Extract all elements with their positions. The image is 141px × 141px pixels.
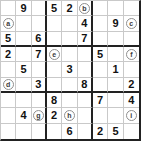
sudoku-cell-r4c5[interactable] xyxy=(62,47,77,62)
sudoku-cell-r3c5[interactable] xyxy=(62,32,77,47)
circled-letter-g: g xyxy=(33,110,44,121)
sudoku-cell-r5c1[interactable] xyxy=(1,62,16,77)
sudoku-cell-r4c1: 2 xyxy=(1,47,16,62)
circled-letter-h: h xyxy=(64,110,75,121)
sudoku-cell-r5c8: 1 xyxy=(108,62,123,77)
sudoku-cell-r7c6[interactable] xyxy=(78,93,93,108)
sudoku-cell-r9c7: 2 xyxy=(93,124,108,139)
sudoku-cell-r2c7[interactable] xyxy=(93,16,108,31)
sudoku-cell-r7c3[interactable] xyxy=(32,93,47,108)
circled-letter-d: d xyxy=(3,79,14,90)
sudoku-cell-r7c1[interactable] xyxy=(1,93,16,108)
sudoku-cell-r6c8[interactable] xyxy=(108,78,123,93)
sudoku-cell-r1c5: 2 xyxy=(62,1,77,16)
sudoku-cell-r5c3[interactable] xyxy=(32,62,47,77)
sudoku-cell-r5c5: 3 xyxy=(62,62,77,77)
sudoku-cell-r9c3[interactable] xyxy=(32,124,47,139)
sudoku-cell-r8c2: 4 xyxy=(16,108,31,123)
sudoku-cell-r9c2[interactable] xyxy=(16,124,31,139)
sudoku-cell-r2c3[interactable] xyxy=(32,16,47,31)
sudoku-cell-r8c3[interactable]: g xyxy=(32,108,47,123)
sudoku-cell-r7c7: 7 xyxy=(93,93,108,108)
sudoku-cell-r3c7[interactable] xyxy=(93,32,108,47)
sudoku-cell-r5c4[interactable] xyxy=(47,62,62,77)
sudoku-cell-r9c4[interactable] xyxy=(47,124,62,139)
circled-letter-e: e xyxy=(49,49,60,60)
sudoku-cell-r6c5[interactable] xyxy=(62,78,77,93)
sudoku-cell-r4c3: 7 xyxy=(32,47,47,62)
sudoku-cell-r3c3: 6 xyxy=(32,32,47,47)
sudoku-cell-r6c2[interactable] xyxy=(16,78,31,93)
sudoku-cell-r2c9[interactable]: c xyxy=(124,16,139,31)
sudoku-cell-r1c7[interactable] xyxy=(93,1,108,16)
sudoku-cell-r6c9: 2 xyxy=(124,78,139,93)
sudoku-cell-r2c8: 9 xyxy=(108,16,123,31)
sudoku-cell-r4c6[interactable] xyxy=(78,47,93,62)
sudoku-cell-r6c7[interactable] xyxy=(93,78,108,93)
sudoku-cell-r2c5[interactable] xyxy=(62,16,77,31)
sudoku-cell-r8c7[interactable] xyxy=(93,108,108,123)
sudoku-cell-r4c9[interactable]: f xyxy=(124,47,139,62)
sudoku-cell-r2c1[interactable]: a xyxy=(1,16,16,31)
sudoku-cell-r1c1[interactable] xyxy=(1,1,16,16)
sudoku-cell-r1c4: 5 xyxy=(47,1,62,16)
sudoku-cell-r9c1[interactable] xyxy=(1,124,16,139)
sudoku-cell-r3c2[interactable] xyxy=(16,32,31,47)
circled-letter-c: c xyxy=(126,18,137,29)
sudoku-cell-r9c5: 6 xyxy=(62,124,77,139)
circled-letter-a: a xyxy=(3,18,14,29)
sudoku-cell-r5c7[interactable] xyxy=(93,62,108,77)
sudoku-cell-r7c4: 8 xyxy=(47,93,62,108)
sudoku-cell-r8c6[interactable] xyxy=(78,108,93,123)
circled-letter-i: i xyxy=(126,110,137,121)
sudoku-cell-r8c4: 2 xyxy=(47,108,62,123)
sudoku-cell-r2c2[interactable] xyxy=(16,16,31,31)
sudoku-cell-r5c6[interactable] xyxy=(78,62,93,77)
sudoku-cell-r5c9[interactable] xyxy=(124,62,139,77)
circled-letter-b: b xyxy=(79,3,90,14)
sudoku-cell-r5c2: 5 xyxy=(16,62,31,77)
sudoku-cell-r8c9[interactable]: i xyxy=(124,108,139,123)
sudoku-cell-r1c3[interactable] xyxy=(32,1,47,16)
sudoku-cell-r9c9[interactable] xyxy=(124,124,139,139)
sudoku-cell-r7c8[interactable] xyxy=(108,93,123,108)
sudoku-board: 952ba49c56727e5f531d3828744g2hi625 xyxy=(0,0,141,141)
sudoku-cell-r8c1[interactable] xyxy=(1,108,16,123)
sudoku-cell-r1c9[interactable] xyxy=(124,1,139,16)
sudoku-cell-r4c4[interactable]: e xyxy=(47,47,62,62)
sudoku-cell-r3c9[interactable] xyxy=(124,32,139,47)
sudoku-cell-r3c1: 5 xyxy=(1,32,16,47)
sudoku-cell-r8c5[interactable]: h xyxy=(62,108,77,123)
sudoku-cell-r9c8: 5 xyxy=(108,124,123,139)
sudoku-cell-r3c4[interactable] xyxy=(47,32,62,47)
sudoku-cell-r6c1[interactable]: d xyxy=(1,78,16,93)
circled-letter-f: f xyxy=(126,49,137,60)
sudoku-cell-r6c3: 3 xyxy=(32,78,47,93)
sudoku-cell-r4c2[interactable] xyxy=(16,47,31,62)
sudoku-cell-r1c2: 9 xyxy=(16,1,31,16)
sudoku-cell-r3c6: 7 xyxy=(78,32,93,47)
sudoku-cell-r9c6[interactable] xyxy=(78,124,93,139)
sudoku-cell-r4c8[interactable] xyxy=(108,47,123,62)
sudoku-cell-r2c6: 4 xyxy=(78,16,93,31)
sudoku-cell-r4c7: 5 xyxy=(93,47,108,62)
sudoku-cell-r7c5[interactable] xyxy=(62,93,77,108)
sudoku-cell-r6c4[interactable] xyxy=(47,78,62,93)
sudoku-cell-r8c8[interactable] xyxy=(108,108,123,123)
sudoku-cell-r7c9: 4 xyxy=(124,93,139,108)
sudoku-cell-r3c8[interactable] xyxy=(108,32,123,47)
sudoku-cell-r6c6: 8 xyxy=(78,78,93,93)
sudoku-cell-r1c6[interactable]: b xyxy=(78,1,93,16)
sudoku-cell-r2c4[interactable] xyxy=(47,16,62,31)
sudoku-cell-r7c2[interactable] xyxy=(16,93,31,108)
sudoku-cell-r1c8[interactable] xyxy=(108,1,123,16)
